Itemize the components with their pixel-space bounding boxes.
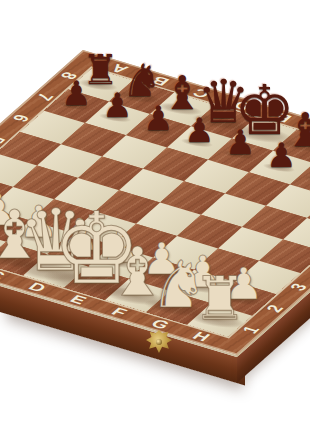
- clasp-pin: [156, 339, 162, 345]
- chess-set-photo: AABBCCDDEEFFGGHH1122334455667788 ♜︎♞︎♝︎♛…: [0, 0, 310, 430]
- piece-black-pawn-d7: ♟︎: [184, 114, 214, 148]
- piece-black-pawn-a7: ♟︎: [61, 77, 91, 111]
- piece-black-pawn-f7: ♟︎: [266, 139, 296, 173]
- piece-black-pawn-g7: ♟︎: [307, 151, 310, 185]
- piece-black-pawn-b7: ♟︎: [102, 90, 132, 124]
- piece-black-pawn-c7: ♟︎: [143, 102, 173, 136]
- piece-black-pawn-e7: ♟︎: [225, 127, 255, 161]
- piece-white-rook-h1: ♜︎: [193, 270, 246, 330]
